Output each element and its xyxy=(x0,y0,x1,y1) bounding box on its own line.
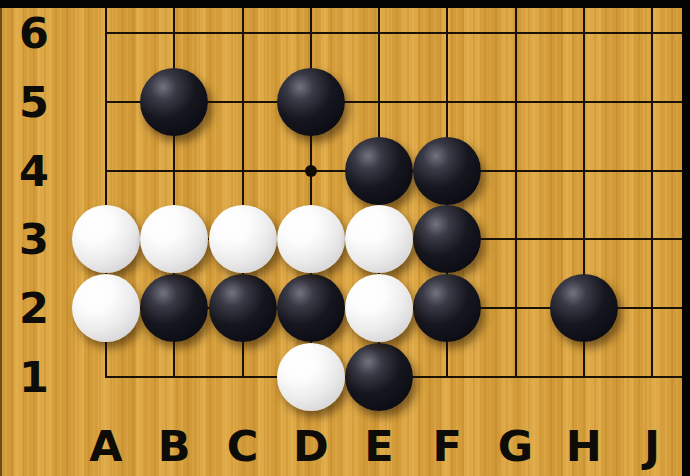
col-label-B: B xyxy=(158,425,191,468)
white-stone-A2[interactable] xyxy=(72,274,140,342)
go-diagram: 654321ABCDEFGHJ xyxy=(0,0,690,476)
white-stone-B3[interactable] xyxy=(140,205,208,273)
right-border-strip xyxy=(682,0,690,476)
black-stone-E1[interactable] xyxy=(345,343,413,411)
black-stone-C2[interactable] xyxy=(209,274,277,342)
black-stone-D5[interactable] xyxy=(277,68,345,136)
col-label-G: G xyxy=(498,425,533,468)
col-label-C: C xyxy=(227,425,259,468)
white-stone-D1[interactable] xyxy=(277,343,345,411)
black-stone-B2[interactable] xyxy=(140,274,208,342)
star-point-D4 xyxy=(305,165,317,177)
col-label-E: E xyxy=(364,425,393,468)
white-stone-E3[interactable] xyxy=(345,205,413,273)
row-label-4: 4 xyxy=(19,149,49,192)
grid-line-row-6 xyxy=(106,32,682,34)
white-stone-D3[interactable] xyxy=(277,205,345,273)
grid-line-col-J xyxy=(651,8,653,378)
col-label-F: F xyxy=(433,425,462,468)
row-label-6: 6 xyxy=(19,12,49,55)
row-label-2: 2 xyxy=(19,287,49,330)
white-stone-A3[interactable] xyxy=(72,205,140,273)
black-stone-D2[interactable] xyxy=(277,274,345,342)
top-border-strip xyxy=(0,0,690,8)
col-label-D: D xyxy=(293,425,329,468)
black-stone-F3[interactable] xyxy=(413,205,481,273)
black-stone-F2[interactable] xyxy=(413,274,481,342)
col-label-A: A xyxy=(89,425,122,468)
col-label-H: H xyxy=(566,425,602,468)
row-label-3: 3 xyxy=(19,218,49,261)
row-label-1: 1 xyxy=(19,356,49,399)
black-stone-F4[interactable] xyxy=(413,137,481,205)
row-label-5: 5 xyxy=(19,80,49,123)
black-stone-H2[interactable] xyxy=(550,274,618,342)
grid-line-col-G xyxy=(515,8,517,378)
white-stone-C3[interactable] xyxy=(209,205,277,273)
black-stone-B5[interactable] xyxy=(140,68,208,136)
black-stone-E4[interactable] xyxy=(345,137,413,205)
white-stone-E2[interactable] xyxy=(345,274,413,342)
left-edge-shade xyxy=(0,0,2,476)
col-label-J: J xyxy=(644,425,660,468)
